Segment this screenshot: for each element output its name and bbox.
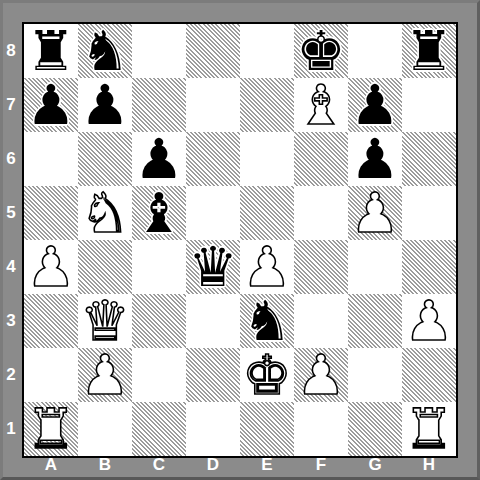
square-h7[interactable] — [402, 78, 456, 132]
piece-white-bishop: ♝ — [296, 78, 345, 132]
board: ♜♞♚♜♟♟♝♟♟♟♞♝♟♟♛♟♛♞♟♟♚♟♜♜ — [22, 22, 458, 458]
square-f2[interactable]: ♟ — [294, 348, 348, 402]
rank-label-3: 3 — [0, 294, 22, 348]
square-e5[interactable] — [240, 186, 294, 240]
square-d1[interactable] — [186, 402, 240, 456]
piece-black-knight: ♞ — [242, 294, 291, 348]
square-b8[interactable]: ♞ — [78, 24, 132, 78]
square-a3[interactable] — [24, 294, 78, 348]
square-c2[interactable] — [132, 348, 186, 402]
square-e3[interactable]: ♞ — [240, 294, 294, 348]
square-g8[interactable] — [348, 24, 402, 78]
square-e7[interactable] — [240, 78, 294, 132]
piece-white-knight: ♞ — [80, 186, 129, 240]
piece-white-rook: ♜ — [26, 402, 75, 456]
square-b6[interactable] — [78, 132, 132, 186]
rank-label-6: 6 — [0, 132, 22, 186]
piece-black-knight: ♞ — [80, 24, 129, 78]
square-a7[interactable]: ♟ — [24, 78, 78, 132]
piece-white-pawn: ♟ — [350, 186, 399, 240]
square-d3[interactable] — [186, 294, 240, 348]
piece-white-pawn: ♟ — [296, 348, 345, 402]
square-g5[interactable]: ♟ — [348, 186, 402, 240]
square-a2[interactable] — [24, 348, 78, 402]
piece-white-king: ♚ — [242, 348, 291, 402]
piece-white-rook: ♜ — [404, 402, 453, 456]
file-label-e: E — [240, 454, 294, 476]
file-label-f: F — [294, 454, 348, 476]
square-g4[interactable] — [348, 240, 402, 294]
square-b4[interactable] — [78, 240, 132, 294]
piece-black-pawn: ♟ — [134, 132, 183, 186]
square-f8[interactable]: ♚ — [294, 24, 348, 78]
piece-black-pawn: ♟ — [80, 78, 129, 132]
square-e4[interactable]: ♟ — [240, 240, 294, 294]
rank-label-2: 2 — [0, 348, 22, 402]
square-g7[interactable]: ♟ — [348, 78, 402, 132]
square-h5[interactable] — [402, 186, 456, 240]
square-c8[interactable] — [132, 24, 186, 78]
piece-white-pawn: ♟ — [26, 240, 75, 294]
square-h6[interactable] — [402, 132, 456, 186]
piece-black-king: ♚ — [296, 24, 345, 78]
file-label-d: D — [186, 454, 240, 476]
square-b1[interactable] — [78, 402, 132, 456]
square-h3[interactable]: ♟ — [402, 294, 456, 348]
square-c5[interactable]: ♝ — [132, 186, 186, 240]
piece-black-pawn: ♟ — [26, 78, 75, 132]
file-label-c: C — [132, 454, 186, 476]
square-h8[interactable]: ♜ — [402, 24, 456, 78]
square-f7[interactable]: ♝ — [294, 78, 348, 132]
square-a8[interactable]: ♜ — [24, 24, 78, 78]
piece-white-pawn: ♟ — [242, 240, 291, 294]
rank-label-5: 5 — [0, 186, 22, 240]
square-g3[interactable] — [348, 294, 402, 348]
square-d2[interactable] — [186, 348, 240, 402]
square-a1[interactable]: ♜ — [24, 402, 78, 456]
square-h1[interactable]: ♜ — [402, 402, 456, 456]
piece-white-queen: ♛ — [80, 294, 129, 348]
square-d5[interactable] — [186, 186, 240, 240]
square-g2[interactable] — [348, 348, 402, 402]
square-e1[interactable] — [240, 402, 294, 456]
square-f1[interactable] — [294, 402, 348, 456]
square-c7[interactable] — [132, 78, 186, 132]
piece-black-bishop: ♝ — [134, 186, 183, 240]
square-e2[interactable]: ♚ — [240, 348, 294, 402]
square-b5[interactable]: ♞ — [78, 186, 132, 240]
rank-label-8: 8 — [0, 24, 22, 78]
square-d6[interactable] — [186, 132, 240, 186]
file-label-g: G — [348, 454, 402, 476]
square-g6[interactable]: ♟ — [348, 132, 402, 186]
piece-black-rook: ♜ — [404, 24, 453, 78]
square-b3[interactable]: ♛ — [78, 294, 132, 348]
chess-diagram: ♜♞♚♜♟♟♝♟♟♟♞♝♟♟♛♟♛♞♟♟♚♟♜♜ 87654321ABCDEFG… — [0, 0, 480, 480]
square-a5[interactable] — [24, 186, 78, 240]
piece-white-pawn: ♟ — [80, 348, 129, 402]
square-c4[interactable] — [132, 240, 186, 294]
piece-black-rook: ♜ — [26, 24, 75, 78]
square-b7[interactable]: ♟ — [78, 78, 132, 132]
square-e6[interactable] — [240, 132, 294, 186]
square-h4[interactable] — [402, 240, 456, 294]
square-e8[interactable] — [240, 24, 294, 78]
square-c1[interactable] — [132, 402, 186, 456]
file-label-h: H — [402, 454, 456, 476]
square-h2[interactable] — [402, 348, 456, 402]
rank-label-1: 1 — [0, 402, 22, 456]
piece-black-pawn: ♟ — [350, 78, 399, 132]
piece-black-queen: ♛ — [188, 240, 237, 294]
square-g1[interactable] — [348, 402, 402, 456]
square-f4[interactable] — [294, 240, 348, 294]
square-d4[interactable]: ♛ — [186, 240, 240, 294]
square-f3[interactable] — [294, 294, 348, 348]
file-label-b: B — [78, 454, 132, 476]
piece-black-pawn: ♟ — [350, 132, 399, 186]
square-f6[interactable] — [294, 132, 348, 186]
rank-label-4: 4 — [0, 240, 22, 294]
square-c3[interactable] — [132, 294, 186, 348]
square-a4[interactable]: ♟ — [24, 240, 78, 294]
piece-white-pawn: ♟ — [404, 294, 453, 348]
square-d7[interactable] — [186, 78, 240, 132]
rank-label-7: 7 — [0, 78, 22, 132]
square-a6[interactable] — [24, 132, 78, 186]
square-d8[interactable] — [186, 24, 240, 78]
square-f5[interactable] — [294, 186, 348, 240]
file-label-a: A — [24, 454, 78, 476]
square-b2[interactable]: ♟ — [78, 348, 132, 402]
square-c6[interactable]: ♟ — [132, 132, 186, 186]
